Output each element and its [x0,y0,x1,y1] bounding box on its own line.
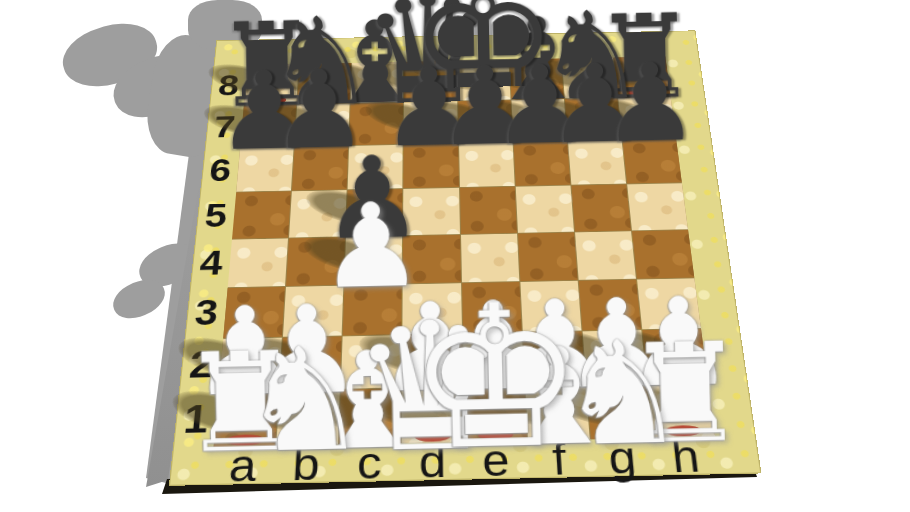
white-king-e1[interactable]: ♚ [405,279,585,479]
square-a5[interactable] [232,192,291,239]
square-e1[interactable]: ♚ [464,386,527,442]
square-h5[interactable] [627,183,688,230]
black-pawn-h7[interactable]: ♟ [601,47,700,157]
square-g1[interactable]: ♞ [586,383,652,439]
piece-shadow-blob [107,272,170,325]
page-background: 87654321 abcdefgh ♜♞♝♛♚♝♞♜♟♟♟♟♟♟♟♟♟♟♟♟♟♟… [0,0,910,512]
chessboard-scene: 87654321 abcdefgh ♜♞♝♛♚♝♞♜♟♟♟♟♟♟♟♟♟♟♟♟♟♟… [190,0,731,504]
piece-shadow-blob [56,14,164,96]
square-b1[interactable]: ♞ [276,390,340,446]
rank-label-5: 5 [195,192,236,239]
square-g5[interactable] [571,185,631,232]
square-e5[interactable] [460,187,517,234]
square-h7[interactable]: ♟ [618,97,676,140]
play-area: ♜♞♝♛♚♝♞♜♟♟♟♟♟♟♟♟♟♟♟♟♟♟♟♟♜♞♝♛♚♝♞♜ [214,56,716,447]
square-f5[interactable] [515,186,573,233]
chessboard: 87654321 abcdefgh ♜♞♝♛♚♝♞♜♟♟♟♟♟♟♟♟♟♟♟♟♟♟… [169,30,762,485]
